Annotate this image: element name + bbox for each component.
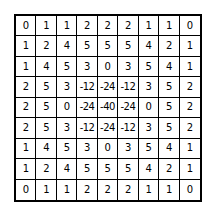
cell-r6c6: -12 [118,118,138,138]
cell-r3c3: 5 [57,57,77,77]
cell-r6c1: 2 [16,118,36,138]
cell-r4c5: -24 [98,77,118,97]
cell-r4c6: -12 [118,77,138,97]
cell-r2c7: 4 [139,36,159,56]
cell-r2c1: 1 [16,36,36,56]
cell-r9c2: 1 [36,180,56,200]
cell-r7c6: 3 [118,139,138,159]
cell-r1c2: 1 [36,16,56,36]
cell-r1c7: 1 [139,16,159,36]
cell-r6c2: 5 [36,118,56,138]
cell-r3c9: 1 [180,57,200,77]
cell-r6c3: 3 [57,118,77,138]
cell-r3c2: 4 [36,57,56,77]
cell-r3c1: 1 [16,57,36,77]
cell-r7c1: 1 [16,139,36,159]
cell-r7c3: 5 [57,139,77,159]
cell-r4c3: 3 [57,77,77,97]
cell-r9c5: 2 [98,180,118,200]
cell-r2c6: 5 [118,36,138,56]
cell-r2c3: 4 [57,36,77,56]
cell-r6c5: -24 [98,118,118,138]
cell-r6c9: 2 [180,118,200,138]
cell-r9c4: 2 [77,180,97,200]
cell-r6c8: 5 [159,118,179,138]
cell-r8c3: 4 [57,159,77,179]
cell-r7c9: 1 [180,139,200,159]
cell-r9c9: 0 [180,180,200,200]
cell-r9c1: 0 [16,180,36,200]
cell-r1c4: 2 [77,16,97,36]
cell-r8c5: 5 [98,159,118,179]
cell-r8c6: 5 [118,159,138,179]
cell-r5c1: 2 [16,98,36,118]
cell-r5c2: 5 [36,98,56,118]
cell-r5c8: 5 [159,98,179,118]
cell-r6c7: 3 [139,118,159,138]
cell-r1c9: 0 [180,16,200,36]
cell-r9c6: 2 [118,180,138,200]
cell-r2c2: 2 [36,36,56,56]
cell-r7c4: 3 [77,139,97,159]
cell-r3c4: 3 [77,57,97,77]
cell-r5c9: 2 [180,98,200,118]
cell-r8c4: 5 [77,159,97,179]
cell-r4c2: 5 [36,77,56,97]
cell-r3c5: 0 [98,57,118,77]
cell-r5c5: -40 [98,98,118,118]
cell-r2c5: 5 [98,36,118,56]
cell-r7c2: 4 [36,139,56,159]
cell-r6c4: -12 [77,118,97,138]
cell-r1c5: 2 [98,16,118,36]
cell-r9c3: 1 [57,180,77,200]
cell-r5c6: -24 [118,98,138,118]
cell-r2c4: 5 [77,36,97,56]
cell-r1c3: 1 [57,16,77,36]
cell-r3c6: 3 [118,57,138,77]
cell-r8c9: 1 [180,159,200,179]
cell-r1c6: 2 [118,16,138,36]
cell-r9c8: 1 [159,180,179,200]
cell-r2c8: 2 [159,36,179,56]
cell-r3c7: 5 [139,57,159,77]
cell-r5c7: 0 [139,98,159,118]
cell-r8c7: 4 [139,159,159,179]
cell-r7c5: 0 [98,139,118,159]
cell-r5c3: 0 [57,98,77,118]
cell-r7c7: 5 [139,139,159,159]
cell-r4c9: 2 [180,77,200,97]
cell-r8c2: 2 [36,159,56,179]
cell-r8c1: 1 [16,159,36,179]
cell-r1c1: 0 [16,16,36,36]
cell-r5c4: -24 [77,98,97,118]
cell-r3c8: 4 [159,57,179,77]
number-grid-board: 011222110124555421145303541253-12-24-123… [14,14,202,202]
cell-r4c8: 5 [159,77,179,97]
cell-r4c4: -12 [77,77,97,97]
cell-r7c8: 4 [159,139,179,159]
cell-r1c8: 1 [159,16,179,36]
cell-r9c7: 1 [139,180,159,200]
cell-r4c1: 2 [16,77,36,97]
cell-r2c9: 1 [180,36,200,56]
cell-r8c8: 2 [159,159,179,179]
cell-r4c7: 3 [139,77,159,97]
